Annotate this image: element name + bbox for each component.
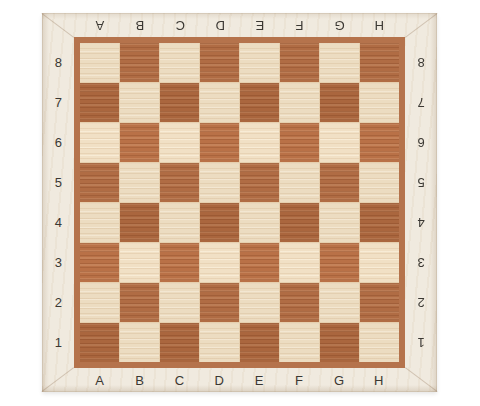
square-c6[interactable] [160,123,199,162]
rank-label-right-7: 7 [417,96,425,109]
square-h8[interactable] [360,43,399,82]
square-c7[interactable] [160,83,199,122]
rank-label-right-8: 8 [417,56,425,69]
file-label-bottom-c: C [175,374,185,387]
frame-miter-line [405,13,438,38]
file-label-top-h: H [374,19,384,32]
square-d8[interactable] [200,43,239,82]
square-c5[interactable] [160,163,199,202]
square-b5[interactable] [120,163,159,202]
rank-label-left-2: 2 [55,296,63,309]
square-b8[interactable] [120,43,159,82]
rank-label-left-5: 5 [55,176,63,189]
playing-field [80,43,399,362]
square-h3[interactable] [360,243,399,282]
square-b7[interactable] [120,83,159,122]
square-e7[interactable] [240,83,279,122]
square-c8[interactable] [160,43,199,82]
square-f5[interactable] [280,163,319,202]
square-e6[interactable] [240,123,279,162]
square-h7[interactable] [360,83,399,122]
rank-label-left-7: 7 [55,96,63,109]
square-f7[interactable] [280,83,319,122]
rank-label-left-4: 4 [55,216,63,229]
rank-label-right-4: 4 [417,216,425,229]
file-labels-top: ABCDEFGH [80,14,399,36]
rank-label-right-6: 6 [417,136,425,149]
file-label-bottom-h: H [374,374,384,387]
square-e4[interactable] [240,203,279,242]
square-e1[interactable] [240,323,279,362]
rank-label-left-3: 3 [55,256,63,269]
square-c3[interactable] [160,243,199,282]
file-label-bottom-e: E [255,374,264,387]
file-label-top-d: D [215,19,225,32]
rank-label-right-3: 3 [417,256,425,269]
file-labels-bottom: ABCDEFGH [80,369,399,391]
square-e5[interactable] [240,163,279,202]
square-b1[interactable] [120,323,159,362]
square-d6[interactable] [200,123,239,162]
chess-board: ABCDEFGH ABCDEFGH 87654321 87654321 [42,13,437,392]
square-b2[interactable] [120,283,159,322]
square-c1[interactable] [160,323,199,362]
file-label-top-b: B [135,19,144,32]
square-a7[interactable] [80,83,119,122]
square-g2[interactable] [320,283,359,322]
square-e8[interactable] [240,43,279,82]
square-g6[interactable] [320,123,359,162]
rank-label-left-8: 8 [55,56,63,69]
square-a4[interactable] [80,203,119,242]
rank-label-right-1: 1 [417,336,425,349]
file-label-top-c: C [175,19,185,32]
square-e3[interactable] [240,243,279,282]
square-a5[interactable] [80,163,119,202]
page: ABCDEFGH ABCDEFGH 87654321 87654321 [0,0,480,406]
file-label-bottom-g: G [334,374,345,387]
square-a8[interactable] [80,43,119,82]
square-f1[interactable] [280,323,319,362]
frame-miter-line [41,13,74,38]
square-h1[interactable] [360,323,399,362]
square-b4[interactable] [120,203,159,242]
square-c4[interactable] [160,203,199,242]
board-inner-border [74,37,405,368]
rank-labels-left: 87654321 [44,43,73,362]
square-b6[interactable] [120,123,159,162]
square-d1[interactable] [200,323,239,362]
square-a3[interactable] [80,243,119,282]
square-g7[interactable] [320,83,359,122]
square-f6[interactable] [280,123,319,162]
square-g1[interactable] [320,323,359,362]
square-h6[interactable] [360,123,399,162]
frame-miter-line [41,367,74,392]
square-h4[interactable] [360,203,399,242]
frame-miter-line [405,367,438,392]
square-d4[interactable] [200,203,239,242]
square-f8[interactable] [280,43,319,82]
square-g4[interactable] [320,203,359,242]
square-d5[interactable] [200,163,239,202]
file-label-top-f: F [295,19,303,32]
square-h2[interactable] [360,283,399,322]
rank-label-left-1: 1 [55,336,63,349]
file-label-bottom-f: F [295,374,303,387]
square-g5[interactable] [320,163,359,202]
rank-labels-right: 87654321 [406,43,435,362]
square-d3[interactable] [200,243,239,282]
square-d7[interactable] [200,83,239,122]
square-f3[interactable] [280,243,319,282]
square-a6[interactable] [80,123,119,162]
rank-label-left-6: 6 [55,136,63,149]
rank-label-right-5: 5 [417,176,425,189]
square-a2[interactable] [80,283,119,322]
square-b3[interactable] [120,243,159,282]
file-label-top-a: A [95,19,104,32]
rank-label-right-2: 2 [417,296,425,309]
square-g8[interactable] [320,43,359,82]
file-label-bottom-a: A [95,374,104,387]
square-f4[interactable] [280,203,319,242]
file-label-top-g: G [334,19,345,32]
square-a1[interactable] [80,323,119,362]
file-label-bottom-d: D [215,374,225,387]
square-c2[interactable] [160,283,199,322]
file-label-top-e: E [255,19,264,32]
square-h5[interactable] [360,163,399,202]
square-g3[interactable] [320,243,359,282]
square-d2[interactable] [200,283,239,322]
square-e2[interactable] [240,283,279,322]
square-f2[interactable] [280,283,319,322]
file-label-bottom-b: B [135,374,144,387]
